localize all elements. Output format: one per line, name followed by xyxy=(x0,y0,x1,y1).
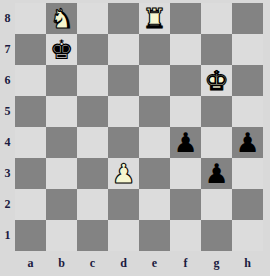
white-knight-b8[interactable]: ♞ xyxy=(49,3,73,34)
square-b4[interactable] xyxy=(46,127,77,158)
square-c7[interactable] xyxy=(77,34,108,65)
rank-label-8: 8 xyxy=(0,3,15,34)
square-h4[interactable]: ♟ xyxy=(232,127,263,158)
square-c4[interactable] xyxy=(77,127,108,158)
square-h5[interactable] xyxy=(232,96,263,127)
black-pawn-f4[interactable]: ♟ xyxy=(173,127,197,158)
square-f7[interactable] xyxy=(170,34,201,65)
square-h1[interactable] xyxy=(232,220,263,251)
square-g1[interactable] xyxy=(201,220,232,251)
square-a8[interactable] xyxy=(15,3,46,34)
square-c2[interactable] xyxy=(77,189,108,220)
square-c5[interactable] xyxy=(77,96,108,127)
square-h2[interactable] xyxy=(232,189,263,220)
square-h3[interactable] xyxy=(232,158,263,189)
square-h6[interactable] xyxy=(232,65,263,96)
square-d7[interactable] xyxy=(108,34,139,65)
rank-label-6: 6 xyxy=(0,65,15,96)
file-label-b: b xyxy=(46,251,77,276)
square-b7[interactable]: ♚ xyxy=(46,34,77,65)
square-h8[interactable] xyxy=(232,3,263,34)
square-f4[interactable]: ♟ xyxy=(170,127,201,158)
square-g8[interactable] xyxy=(201,3,232,34)
square-d1[interactable] xyxy=(108,220,139,251)
square-c6[interactable] xyxy=(77,65,108,96)
rank-labels: 87654321 xyxy=(0,3,15,251)
file-label-f: f xyxy=(170,251,201,276)
black-pawn-h4[interactable]: ♟ xyxy=(235,127,259,158)
square-e1[interactable] xyxy=(139,220,170,251)
square-g7[interactable] xyxy=(201,34,232,65)
file-labels: abcdefgh xyxy=(15,251,263,276)
file-label-g: g xyxy=(201,251,232,276)
square-a1[interactable] xyxy=(15,220,46,251)
square-f2[interactable] xyxy=(170,189,201,220)
square-c3[interactable] xyxy=(77,158,108,189)
square-b8[interactable]: ♞ xyxy=(46,3,77,34)
square-a4[interactable] xyxy=(15,127,46,158)
square-b3[interactable] xyxy=(46,158,77,189)
black-pawn-g3[interactable]: ♟ xyxy=(204,158,228,189)
file-label-c: c xyxy=(77,251,108,276)
square-e4[interactable] xyxy=(139,127,170,158)
rank-label-2: 2 xyxy=(0,189,15,220)
chess-diagram: 87654321 ♞♜♚♚♟♟♟♟ abcdefgh xyxy=(0,0,270,276)
square-a3[interactable] xyxy=(15,158,46,189)
rank-label-5: 5 xyxy=(0,96,15,127)
square-h7[interactable] xyxy=(232,34,263,65)
square-a6[interactable] xyxy=(15,65,46,96)
white-pawn-d3[interactable]: ♟ xyxy=(111,158,135,189)
rank-label-7: 7 xyxy=(0,34,15,65)
square-f5[interactable] xyxy=(170,96,201,127)
file-label-h: h xyxy=(232,251,263,276)
square-f6[interactable] xyxy=(170,65,201,96)
square-f8[interactable] xyxy=(170,3,201,34)
square-b5[interactable] xyxy=(46,96,77,127)
square-g4[interactable] xyxy=(201,127,232,158)
square-b1[interactable] xyxy=(46,220,77,251)
square-b2[interactable] xyxy=(46,189,77,220)
square-d6[interactable] xyxy=(108,65,139,96)
black-king-b7[interactable]: ♚ xyxy=(49,34,73,65)
white-king-g6[interactable]: ♚ xyxy=(204,65,228,96)
square-a7[interactable] xyxy=(15,34,46,65)
rank-label-1: 1 xyxy=(0,220,15,251)
file-label-d: d xyxy=(108,251,139,276)
square-f3[interactable] xyxy=(170,158,201,189)
file-label-e: e xyxy=(139,251,170,276)
square-c8[interactable] xyxy=(77,3,108,34)
white-rook-e8[interactable]: ♜ xyxy=(142,3,166,34)
square-d4[interactable] xyxy=(108,127,139,158)
square-e3[interactable] xyxy=(139,158,170,189)
chess-board: ♞♜♚♚♟♟♟♟ xyxy=(15,3,263,251)
square-c1[interactable] xyxy=(77,220,108,251)
square-d5[interactable] xyxy=(108,96,139,127)
square-d3[interactable]: ♟ xyxy=(108,158,139,189)
square-e2[interactable] xyxy=(139,189,170,220)
rank-label-4: 4 xyxy=(0,127,15,158)
square-g2[interactable] xyxy=(201,189,232,220)
square-a2[interactable] xyxy=(15,189,46,220)
square-e7[interactable] xyxy=(139,34,170,65)
rank-label-3: 3 xyxy=(0,158,15,189)
file-label-a: a xyxy=(15,251,46,276)
square-d8[interactable] xyxy=(108,3,139,34)
square-e6[interactable] xyxy=(139,65,170,96)
square-d2[interactable] xyxy=(108,189,139,220)
square-g5[interactable] xyxy=(201,96,232,127)
square-f1[interactable] xyxy=(170,220,201,251)
square-a5[interactable] xyxy=(15,96,46,127)
square-e8[interactable]: ♜ xyxy=(139,3,170,34)
square-g3[interactable]: ♟ xyxy=(201,158,232,189)
square-b6[interactable] xyxy=(46,65,77,96)
square-e5[interactable] xyxy=(139,96,170,127)
square-g6[interactable]: ♚ xyxy=(201,65,232,96)
